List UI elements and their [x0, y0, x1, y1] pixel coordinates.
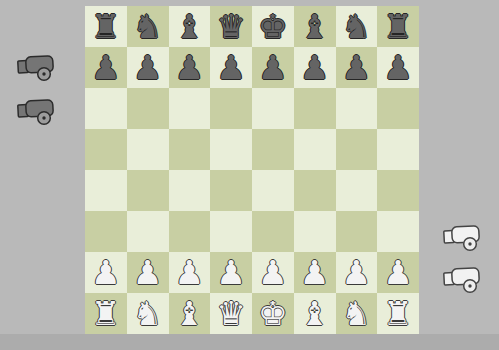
piece-black-pawn[interactable]: ♟ [258, 47, 288, 88]
piece-black-bishop[interactable]: ♝ [175, 6, 205, 47]
square-g5[interactable] [336, 129, 378, 170]
square-a8[interactable]: ♜ [85, 6, 127, 47]
window-footer-band [0, 334, 499, 350]
chess-board: ♜♞♝♛♚♝♞♜♟♟♟♟♟♟♟♟♟♟♟♟♟♟♟♟♜♞♝♛♚♝♞♜ [85, 6, 419, 334]
square-b4[interactable] [127, 170, 169, 211]
square-c5[interactable] [169, 129, 211, 170]
square-e2[interactable]: ♟ [252, 252, 294, 293]
square-f3[interactable] [294, 211, 336, 252]
square-c4[interactable] [169, 170, 211, 211]
square-g6[interactable] [336, 88, 378, 129]
piece-black-rook[interactable]: ♜ [383, 6, 413, 47]
piece-black-rook[interactable]: ♜ [91, 6, 121, 47]
piece-white-knight[interactable]: ♞ [342, 293, 372, 334]
piece-black-king[interactable]: ♚ [258, 6, 288, 47]
white-cannon-icon[interactable] [443, 264, 483, 294]
square-d8[interactable]: ♛ [210, 6, 252, 47]
piece-black-pawn[interactable]: ♟ [133, 47, 163, 88]
piece-white-pawn[interactable]: ♟ [342, 252, 372, 293]
square-c7[interactable]: ♟ [169, 47, 211, 88]
square-e6[interactable] [252, 88, 294, 129]
square-c1[interactable]: ♝ [169, 293, 211, 334]
piece-white-pawn[interactable]: ♟ [383, 252, 413, 293]
piece-white-pawn[interactable]: ♟ [216, 252, 246, 293]
square-h4[interactable] [377, 170, 419, 211]
square-e4[interactable] [252, 170, 294, 211]
square-c2[interactable]: ♟ [169, 252, 211, 293]
piece-black-pawn[interactable]: ♟ [216, 47, 246, 88]
piece-black-pawn[interactable]: ♟ [175, 47, 205, 88]
square-b7[interactable]: ♟ [127, 47, 169, 88]
square-g1[interactable]: ♞ [336, 293, 378, 334]
piece-white-bishop[interactable]: ♝ [175, 293, 205, 334]
square-a2[interactable]: ♟ [85, 252, 127, 293]
piece-white-pawn[interactable]: ♟ [258, 252, 288, 293]
square-h2[interactable]: ♟ [377, 252, 419, 293]
square-a5[interactable] [85, 129, 127, 170]
square-g2[interactable]: ♟ [336, 252, 378, 293]
square-f5[interactable] [294, 129, 336, 170]
square-b6[interactable] [127, 88, 169, 129]
square-b1[interactable]: ♞ [127, 293, 169, 334]
square-a6[interactable] [85, 88, 127, 129]
square-b8[interactable]: ♞ [127, 6, 169, 47]
square-b2[interactable]: ♟ [127, 252, 169, 293]
square-a1[interactable]: ♜ [85, 293, 127, 334]
square-h3[interactable] [377, 211, 419, 252]
square-a4[interactable] [85, 170, 127, 211]
piece-white-pawn[interactable]: ♟ [91, 252, 121, 293]
square-e5[interactable] [252, 129, 294, 170]
black-cannon-icon[interactable] [17, 52, 57, 82]
piece-white-queen[interactable]: ♛ [216, 293, 246, 334]
black-cannon-icon[interactable] [17, 96, 57, 126]
square-d2[interactable]: ♟ [210, 252, 252, 293]
piece-white-rook[interactable]: ♜ [91, 293, 121, 334]
square-b3[interactable] [127, 211, 169, 252]
square-e7[interactable]: ♟ [252, 47, 294, 88]
square-g8[interactable]: ♞ [336, 6, 378, 47]
square-c6[interactable] [169, 88, 211, 129]
square-a7[interactable]: ♟ [85, 47, 127, 88]
piece-white-king[interactable]: ♚ [258, 293, 288, 334]
square-d4[interactable] [210, 170, 252, 211]
square-c3[interactable] [169, 211, 211, 252]
piece-white-rook[interactable]: ♜ [383, 293, 413, 334]
piece-black-pawn[interactable]: ♟ [383, 47, 413, 88]
piece-black-bishop[interactable]: ♝ [300, 6, 330, 47]
white-cannon-icon[interactable] [443, 222, 483, 252]
square-g3[interactable] [336, 211, 378, 252]
square-h8[interactable]: ♜ [377, 6, 419, 47]
square-c8[interactable]: ♝ [169, 6, 211, 47]
square-f6[interactable] [294, 88, 336, 129]
square-d6[interactable] [210, 88, 252, 129]
square-e3[interactable] [252, 211, 294, 252]
square-h5[interactable] [377, 129, 419, 170]
square-h1[interactable]: ♜ [377, 293, 419, 334]
piece-white-bishop[interactable]: ♝ [300, 293, 330, 334]
square-g4[interactable] [336, 170, 378, 211]
square-f1[interactable]: ♝ [294, 293, 336, 334]
piece-black-pawn[interactable]: ♟ [91, 47, 121, 88]
square-g7[interactable]: ♟ [336, 47, 378, 88]
piece-white-pawn[interactable]: ♟ [133, 252, 163, 293]
square-f4[interactable] [294, 170, 336, 211]
square-f2[interactable]: ♟ [294, 252, 336, 293]
square-e1[interactable]: ♚ [252, 293, 294, 334]
square-d7[interactable]: ♟ [210, 47, 252, 88]
square-e8[interactable]: ♚ [252, 6, 294, 47]
square-d5[interactable] [210, 129, 252, 170]
piece-black-knight[interactable]: ♞ [342, 6, 372, 47]
piece-white-pawn[interactable]: ♟ [175, 252, 205, 293]
square-f7[interactable]: ♟ [294, 47, 336, 88]
square-d1[interactable]: ♛ [210, 293, 252, 334]
piece-white-knight[interactable]: ♞ [133, 293, 163, 334]
game-window: ♜♞♝♛♚♝♞♜♟♟♟♟♟♟♟♟♟♟♟♟♟♟♟♟♜♞♝♛♚♝♞♜ [0, 0, 499, 350]
square-d3[interactable] [210, 211, 252, 252]
square-b5[interactable] [127, 129, 169, 170]
piece-white-pawn[interactable]: ♟ [300, 252, 330, 293]
piece-black-pawn[interactable]: ♟ [342, 47, 372, 88]
piece-black-pawn[interactable]: ♟ [300, 47, 330, 88]
square-f8[interactable]: ♝ [294, 6, 336, 47]
square-h7[interactable]: ♟ [377, 47, 419, 88]
square-h6[interactable] [377, 88, 419, 129]
square-a3[interactable] [85, 211, 127, 252]
piece-black-queen[interactable]: ♛ [216, 6, 246, 47]
piece-black-knight[interactable]: ♞ [133, 6, 163, 47]
